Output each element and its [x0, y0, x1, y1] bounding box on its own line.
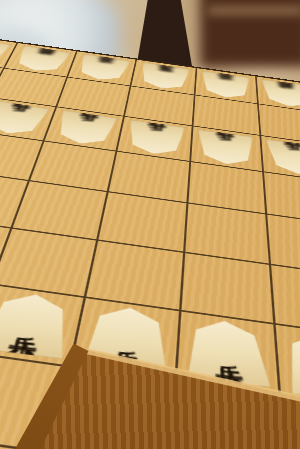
- piece-kanji: 歩兵: [76, 127, 95, 130]
- piece-kanji: 歩兵: [287, 157, 300, 159]
- piece-pawn-gote[interactable]: 歩兵: [0, 100, 50, 138]
- piece-kanji: 歩兵: [146, 137, 165, 140]
- shogi-photo: 香車桂馬銀将金将玉将金将銀将桂馬香車飛車角行歩兵歩兵歩兵歩兵歩兵歩兵歩兵歩兵歩兵…: [0, 0, 300, 449]
- piece-kanji: 金将: [218, 84, 235, 86]
- piece-kanji: 銀将: [33, 58, 50, 61]
- piece-pawn-gote[interactable]: 歩兵: [125, 120, 185, 158]
- piece-kanji: 玉将: [156, 75, 173, 77]
- piece-pawn-gote[interactable]: 歩兵: [198, 129, 256, 167]
- piece-pawn-gote[interactable]: 歩兵: [266, 139, 300, 178]
- piece-kanji: 歩兵: [114, 335, 141, 338]
- piece-kanji: 歩兵: [217, 147, 236, 150]
- piece-kanji: 銀将: [279, 93, 296, 95]
- piece-pawn-gote[interactable]: 歩兵: [52, 110, 118, 148]
- piece-kanji: 金将: [95, 67, 112, 70]
- piece-pawn-sente[interactable]: 歩兵: [0, 290, 74, 359]
- piece-kanji: 歩兵: [15, 321, 42, 324]
- piece-pawn-sente[interactable]: 歩兵: [281, 331, 300, 401]
- piece-kanji: 歩兵: [6, 117, 25, 120]
- background-chest-highlight: [208, 6, 300, 15]
- piece-kanji: 歩兵: [214, 349, 241, 352]
